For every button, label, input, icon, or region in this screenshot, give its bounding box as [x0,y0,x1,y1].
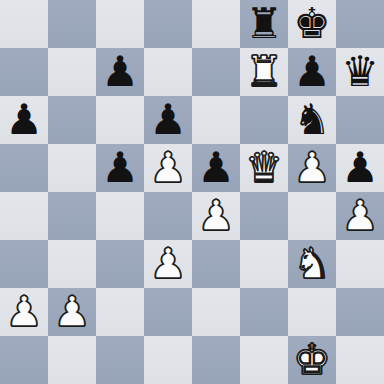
square-b8[interactable] [48,0,96,48]
black-queen-h7[interactable]: ♛ [336,48,384,96]
square-e4[interactable]: ♟ [192,192,240,240]
square-e3[interactable] [192,240,240,288]
square-c3[interactable] [96,240,144,288]
square-e7[interactable] [192,48,240,96]
square-f6[interactable] [240,96,288,144]
square-h3[interactable] [336,240,384,288]
square-f7[interactable]: ♜ [240,48,288,96]
square-c7[interactable]: ♟ [96,48,144,96]
square-f4[interactable] [240,192,288,240]
square-b6[interactable] [48,96,96,144]
square-a5[interactable] [0,144,48,192]
square-h1[interactable] [336,336,384,384]
square-e8[interactable] [192,0,240,48]
square-d4[interactable] [144,192,192,240]
square-h2[interactable] [336,288,384,336]
square-a2[interactable]: ♟ [0,288,48,336]
black-pawn-c7[interactable]: ♟ [96,48,144,96]
square-e6[interactable] [192,96,240,144]
square-d5[interactable]: ♟ [144,144,192,192]
black-king-g8[interactable]: ♚ [288,0,336,48]
square-b2[interactable]: ♟ [48,288,96,336]
square-b5[interactable] [48,144,96,192]
square-h7[interactable]: ♛ [336,48,384,96]
black-rook-f8[interactable]: ♜ [240,0,288,48]
square-d3[interactable]: ♟ [144,240,192,288]
square-f3[interactable] [240,240,288,288]
black-knight-g6[interactable]: ♞ [288,96,336,144]
square-f2[interactable] [240,288,288,336]
square-e2[interactable] [192,288,240,336]
square-f1[interactable] [240,336,288,384]
square-a3[interactable] [0,240,48,288]
square-b4[interactable] [48,192,96,240]
white-knight-g3[interactable]: ♞ [288,240,336,288]
square-d8[interactable] [144,0,192,48]
white-queen-f5[interactable]: ♛ [240,144,288,192]
white-pawn-a2[interactable]: ♟ [0,288,48,336]
square-g1[interactable]: ♚ [288,336,336,384]
white-pawn-h4[interactable]: ♟ [336,192,384,240]
square-f5[interactable]: ♛ [240,144,288,192]
square-e5[interactable]: ♟ [192,144,240,192]
square-a1[interactable] [0,336,48,384]
square-c2[interactable] [96,288,144,336]
square-a8[interactable] [0,0,48,48]
white-pawn-e4[interactable]: ♟ [192,192,240,240]
square-c6[interactable] [96,96,144,144]
square-g6[interactable]: ♞ [288,96,336,144]
square-a4[interactable] [0,192,48,240]
square-g2[interactable] [288,288,336,336]
square-b3[interactable] [48,240,96,288]
white-pawn-b2[interactable]: ♟ [48,288,96,336]
white-pawn-g5[interactable]: ♟ [288,144,336,192]
black-pawn-e5[interactable]: ♟ [192,144,240,192]
square-g7[interactable]: ♟ [288,48,336,96]
square-d6[interactable]: ♟ [144,96,192,144]
white-rook-f7[interactable]: ♜ [240,48,288,96]
square-d1[interactable] [144,336,192,384]
square-g4[interactable] [288,192,336,240]
chess-board: ♜♚♟♜♟♛♟♟♞♟♟♟♛♟♟♟♟♟♞♟♟♚ [0,0,384,384]
square-h4[interactable]: ♟ [336,192,384,240]
square-h8[interactable] [336,0,384,48]
square-h5[interactable]: ♟ [336,144,384,192]
square-f8[interactable]: ♜ [240,0,288,48]
square-g3[interactable]: ♞ [288,240,336,288]
white-pawn-d5[interactable]: ♟ [144,144,192,192]
square-g5[interactable]: ♟ [288,144,336,192]
square-b7[interactable] [48,48,96,96]
square-e1[interactable] [192,336,240,384]
square-g8[interactable]: ♚ [288,0,336,48]
square-c5[interactable]: ♟ [96,144,144,192]
black-pawn-d6[interactable]: ♟ [144,96,192,144]
square-h6[interactable] [336,96,384,144]
white-pawn-d3[interactable]: ♟ [144,240,192,288]
square-d7[interactable] [144,48,192,96]
square-b1[interactable] [48,336,96,384]
white-king-g1[interactable]: ♚ [288,336,336,384]
black-pawn-h5[interactable]: ♟ [336,144,384,192]
black-pawn-a6[interactable]: ♟ [0,96,48,144]
square-c8[interactable] [96,0,144,48]
square-c1[interactable] [96,336,144,384]
square-a6[interactable]: ♟ [0,96,48,144]
square-a7[interactable] [0,48,48,96]
black-pawn-c5[interactable]: ♟ [96,144,144,192]
square-d2[interactable] [144,288,192,336]
square-c4[interactable] [96,192,144,240]
black-pawn-g7[interactable]: ♟ [288,48,336,96]
